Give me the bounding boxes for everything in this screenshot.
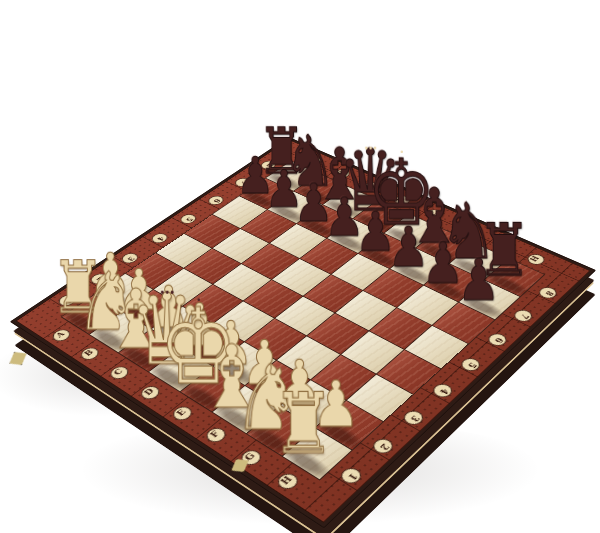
file-label-bottom-A: A xyxy=(50,327,74,343)
piece-shadow xyxy=(234,187,281,212)
rank-label-right-5: 5 xyxy=(457,356,483,374)
file-label-top-C: C xyxy=(361,180,383,192)
file-label-bottom-H: H xyxy=(274,470,302,492)
square-a6 xyxy=(213,196,267,228)
square-a5 xyxy=(185,215,240,248)
piece-shadow xyxy=(352,243,405,272)
black-bishop: ♝ xyxy=(312,138,366,210)
square-c6 xyxy=(270,224,326,258)
black-queen: ♛••• xyxy=(338,138,403,224)
rank-label-right-7: 7 xyxy=(510,307,535,323)
black-pawn: ♟ xyxy=(294,177,333,229)
rank-label-right-3: 3 xyxy=(400,408,427,428)
piece-shadow xyxy=(347,209,398,236)
file-label-top-A: A xyxy=(304,155,325,167)
square-c5 xyxy=(242,243,299,278)
piece-shadow xyxy=(262,200,311,226)
square-d8: ♛••• xyxy=(353,200,408,233)
rank-label-right-1: 1 xyxy=(337,465,365,487)
rank-label-left-8: 8 xyxy=(258,159,279,171)
rank-label-right-6: 6 xyxy=(484,331,509,348)
file-label-bottom-E: E xyxy=(170,404,196,423)
square-d7: ♟ xyxy=(327,219,383,253)
square-c8: ♝ xyxy=(323,187,377,218)
file-label-top-B: B xyxy=(332,168,353,180)
piece-shadow xyxy=(261,169,308,193)
black-pawn: ♟ xyxy=(355,205,396,259)
black-pawn: ♟ xyxy=(236,150,274,201)
rank-label-left-4: 4 xyxy=(148,231,170,245)
black-pawn: ♟ xyxy=(265,163,304,214)
crown-accent: ••• xyxy=(364,143,377,153)
black-rook: ♜ xyxy=(257,119,305,183)
square-b7: ♟ xyxy=(268,191,322,223)
file-label-bottom-B: B xyxy=(78,345,103,362)
rank-label-right-4: 4 xyxy=(429,381,455,400)
white-rook: ♜ xyxy=(272,382,335,466)
square-b6 xyxy=(241,210,296,243)
black-pawn: ♟ xyxy=(324,191,364,244)
square-a4 xyxy=(156,234,212,268)
piece-shadow xyxy=(321,228,372,256)
rank-label-left-6: 6 xyxy=(205,194,227,207)
square-e7: ♟ xyxy=(358,233,415,268)
square-a8: ♜ xyxy=(266,161,318,190)
square-d6 xyxy=(300,238,357,273)
piece-shadow xyxy=(289,182,337,207)
square-b8: ♞ xyxy=(294,174,347,204)
rank-label-left-7: 7 xyxy=(232,176,253,188)
piece-shadow xyxy=(291,214,341,241)
crown-accent: • xyxy=(197,296,201,306)
square-b5 xyxy=(213,229,269,263)
rank-label-left-5: 5 xyxy=(177,212,199,225)
file-label-bottom-F: F xyxy=(203,425,230,445)
black-king: ♚• xyxy=(367,147,436,238)
rank-label-right-2: 2 xyxy=(369,436,397,456)
file-label-top-D: D xyxy=(392,194,414,207)
board-top: AA11BB22CC33DD44EE55FF66GG77HH88 ♜♞♝♛•••… xyxy=(10,137,596,529)
square-c7: ♟ xyxy=(297,205,352,238)
piece-shadow xyxy=(317,195,366,221)
square-d5 xyxy=(272,259,330,296)
file-label-top-E: E xyxy=(423,207,445,220)
rank-label-right-8: 8 xyxy=(535,285,559,301)
chess-board: AA11BB22CC33DD44EE55FF66GG77HH88 ♜♞♝♛•••… xyxy=(10,137,596,529)
black-knight: ♞ xyxy=(283,126,336,196)
square-e6 xyxy=(332,254,390,290)
chess-set-photo: AA11BB22CC33DD44EE55FF66GG77HH88 ♜♞♝♛•••… xyxy=(0,0,600,533)
square-a7: ♟ xyxy=(240,178,293,209)
crown-accent: • xyxy=(400,148,403,157)
black-pawn: ♟ xyxy=(457,251,500,309)
